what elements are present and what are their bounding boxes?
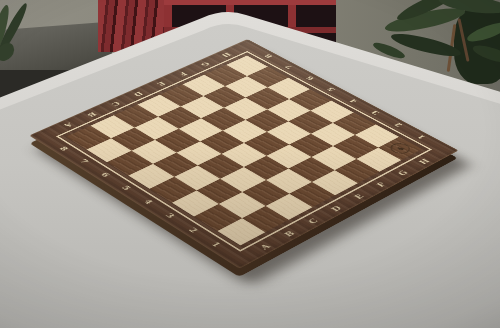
photo-scene: AA11BB22CC33DD44EE55FF66GG77HH88THE HOUS… <box>0 0 500 328</box>
knight-icon: ♞ <box>393 145 407 152</box>
